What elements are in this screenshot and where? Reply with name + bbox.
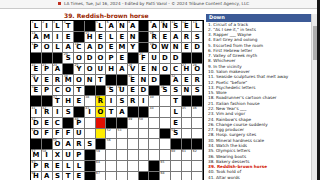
cell-r11c10[interactable] xyxy=(128,129,139,140)
cell-r15c5[interactable]: E xyxy=(74,172,85,181)
black-square-r14c6 xyxy=(85,161,96,172)
cell-r5c13[interactable]: O xyxy=(160,64,171,75)
entered-letter: U xyxy=(65,151,71,160)
entered-letter: E xyxy=(77,97,82,106)
entered-letter: N xyxy=(119,22,125,31)
cell-r1c13[interactable]: 10N xyxy=(160,21,171,32)
cell-r11c11[interactable] xyxy=(139,129,150,140)
entered-letter: P xyxy=(109,54,114,63)
cell-r6c4[interactable]: 30M xyxy=(63,75,74,86)
cell-r6c3[interactable]: R xyxy=(53,75,64,86)
clue-number: 27 xyxy=(182,64,186,67)
cell-r11c6[interactable] xyxy=(85,129,96,140)
cell-r7c1[interactable]: 33E xyxy=(31,86,42,97)
entered-letter: S xyxy=(87,140,92,149)
cell-r1c16[interactable]: 13L xyxy=(192,21,203,32)
cell-r1c9[interactable]: 7N xyxy=(117,21,128,32)
cell-r7c9[interactable]: 35U xyxy=(117,86,128,97)
cell-r6c14[interactable]: 32A xyxy=(171,75,182,86)
cell-r4c7[interactable]: O xyxy=(96,53,107,64)
window-title: LA Times, Tue, Jul 16, 2024 - Edited by … xyxy=(64,1,249,6)
cell-r3c16[interactable]: D xyxy=(192,43,203,54)
clue-number: 26 xyxy=(128,64,132,67)
cell-r2c10[interactable]: N xyxy=(128,32,139,43)
cell-r1c2[interactable]: 2I xyxy=(42,21,53,32)
cell-r5c2[interactable]: 23P xyxy=(42,64,53,75)
cell-r10c12[interactable] xyxy=(149,118,160,129)
cell-r3c15[interactable]: E xyxy=(182,43,193,54)
cell-r3c10[interactable]: Y xyxy=(128,43,139,54)
cell-r13c12[interactable] xyxy=(149,150,160,161)
scrollbar-thumb[interactable] xyxy=(313,26,317,60)
cell-r15c8[interactable] xyxy=(106,172,117,181)
cell-r14c7[interactable]: 64 xyxy=(96,161,107,172)
cell-r13c10[interactable] xyxy=(128,150,139,161)
cell-r11c1[interactable]: 51O xyxy=(31,129,42,140)
cell-r11c9[interactable]: 53 xyxy=(117,129,128,140)
cell-r3c5[interactable]: 18C xyxy=(74,43,85,54)
entered-letter: E xyxy=(184,43,189,52)
entered-letter: E xyxy=(120,54,125,63)
clue-number: 20 xyxy=(64,53,68,56)
cell-r9c13[interactable] xyxy=(160,107,171,118)
entered-letter: T xyxy=(173,97,178,106)
entered-letter: L xyxy=(98,22,102,31)
cell-r11c15[interactable] xyxy=(182,129,193,140)
cell-r7c14[interactable]: S xyxy=(171,86,182,97)
entered-letter: D xyxy=(98,43,104,52)
cell-r10c13[interactable] xyxy=(160,118,171,129)
cell-r11c12[interactable] xyxy=(149,129,160,140)
cell-r3c9[interactable]: M xyxy=(117,43,128,54)
cell-r13c15[interactable]: 61 xyxy=(182,150,193,161)
cell-r4c6[interactable]: D xyxy=(85,53,96,64)
cell-r13c8[interactable] xyxy=(106,150,117,161)
cell-r9c16[interactable]: 46 xyxy=(192,107,203,118)
cell-r8c14[interactable]: T xyxy=(171,96,182,107)
entered-letter: U xyxy=(98,65,104,74)
entered-letter: E xyxy=(66,33,71,42)
entered-letter: A xyxy=(65,43,70,52)
cell-r14c5[interactable]: L xyxy=(74,161,85,172)
cell-r15c14[interactable] xyxy=(171,172,182,181)
cell-r10c2[interactable]: E xyxy=(42,118,53,129)
black-square-r10c9 xyxy=(117,118,128,129)
clue-number: 65 xyxy=(161,161,165,164)
cell-r9c15[interactable]: 45 xyxy=(182,107,193,118)
cell-r5c5[interactable]: 25Y xyxy=(74,64,85,75)
cell-r12c8[interactable]: 56 xyxy=(106,139,117,150)
entered-letter: R xyxy=(184,33,189,42)
cell-r5c12[interactable]: N xyxy=(149,64,160,75)
entered-letter: S xyxy=(55,172,60,180)
cell-r7c15[interactable]: N xyxy=(182,86,193,97)
clue-number: 5 xyxy=(96,21,98,24)
cell-r1c7[interactable]: 5L xyxy=(96,21,107,32)
cell-r14c11[interactable] xyxy=(139,161,150,172)
entered-letter: N xyxy=(130,33,136,42)
cell-r11c16[interactable] xyxy=(192,129,203,140)
cell-r14c15[interactable] xyxy=(182,161,193,172)
clue-number: 45 xyxy=(182,107,186,110)
cell-r2c9[interactable]: E xyxy=(117,32,128,43)
cell-r10c7[interactable] xyxy=(96,118,107,129)
cell-r8c7[interactable]: 39R xyxy=(96,96,107,107)
entered-letter: N xyxy=(151,65,157,74)
entered-letter: O xyxy=(97,108,103,117)
cell-r1c14[interactable]: 11S xyxy=(171,21,182,32)
clue-number: 63 xyxy=(32,161,36,164)
entered-letter: R xyxy=(55,76,60,85)
entered-letter: D xyxy=(162,54,168,63)
cell-r4c8[interactable]: P xyxy=(106,53,117,64)
entered-letter: R xyxy=(130,97,135,106)
entered-letter: I xyxy=(142,97,145,106)
entered-letter: N xyxy=(140,76,146,85)
cell-r14c10[interactable] xyxy=(128,161,139,172)
cell-r4c12[interactable]: U xyxy=(149,53,160,64)
cell-r5c6[interactable]: O xyxy=(85,64,96,75)
cell-r10c14[interactable]: E xyxy=(171,118,182,129)
cell-r13c11[interactable] xyxy=(139,150,150,161)
cell-r2c8[interactable]: L xyxy=(106,32,117,43)
cell-r5c3[interactable]: 24A xyxy=(53,64,64,75)
cell-r15c10[interactable] xyxy=(128,172,139,181)
cell-r6c2[interactable]: E xyxy=(42,75,53,86)
cell-r12c3[interactable]: 55O xyxy=(53,139,64,150)
cell-r14c8[interactable] xyxy=(106,161,117,172)
cell-r15c3[interactable]: S xyxy=(53,172,64,181)
cell-r13c4[interactable]: U xyxy=(63,150,74,161)
cell-r4c9[interactable]: E xyxy=(117,53,128,64)
cell-r3c3[interactable]: L xyxy=(53,43,64,54)
entered-letter: T xyxy=(109,108,114,117)
clue-number: 31 xyxy=(128,75,132,78)
cell-r9c3[interactable]: I xyxy=(53,107,64,118)
cell-r7c16[interactable]: S xyxy=(192,86,203,97)
entered-letter: R xyxy=(76,140,81,149)
black-square-r13c6 xyxy=(85,150,96,161)
cell-r8c3[interactable]: 37T xyxy=(53,96,64,107)
cell-r2c2[interactable]: M xyxy=(42,32,53,43)
cell-r3c14[interactable]: N xyxy=(171,43,182,54)
cell-r13c9[interactable] xyxy=(117,150,128,161)
cell-r14c14[interactable] xyxy=(171,161,182,172)
entered-letter: A xyxy=(130,22,135,31)
cell-r6c5[interactable]: O xyxy=(74,75,85,86)
clue-number: 18 xyxy=(75,43,79,46)
cell-r12c5[interactable]: R xyxy=(74,139,85,150)
cell-r9c4[interactable]: S xyxy=(63,107,74,118)
cell-r8c11[interactable]: I xyxy=(139,96,150,107)
entered-letter: A xyxy=(119,65,124,74)
cell-r12c9[interactable] xyxy=(117,139,128,150)
cell-r2c12[interactable]: 16R xyxy=(149,32,160,43)
cell-r10c3[interactable]: C xyxy=(53,118,64,129)
cell-r15c7[interactable]: 67 xyxy=(96,172,107,181)
cell-r9c9[interactable]: A xyxy=(117,107,128,118)
cell-r8c4[interactable]: H xyxy=(63,96,74,107)
clue-number: 54 xyxy=(171,129,175,132)
clue-number: 53 xyxy=(118,129,122,132)
cell-r9c12[interactable]: 44 xyxy=(149,107,160,118)
cell-r8c10[interactable]: R xyxy=(128,96,139,107)
cell-r2c14[interactable]: A xyxy=(171,32,182,43)
entered-letter: H xyxy=(108,65,114,74)
entered-letter: I xyxy=(56,108,59,117)
clue-number: 16 xyxy=(150,32,154,35)
cell-r6c7[interactable]: T xyxy=(96,75,107,86)
entered-letter: A xyxy=(44,172,49,180)
clue-number: 22 xyxy=(32,64,36,67)
cell-r10c6[interactable] xyxy=(85,118,96,129)
entered-letter: F xyxy=(55,129,60,138)
cell-r10c1[interactable]: 47D xyxy=(31,118,42,129)
entered-letter: R xyxy=(44,162,49,171)
cell-r13c16[interactable]: 62 xyxy=(192,150,203,161)
cell-r1c8[interactable]: 6A xyxy=(106,21,117,32)
entered-letter: P xyxy=(76,151,81,160)
entered-letter: D xyxy=(151,76,157,85)
cell-r12c10[interactable] xyxy=(128,139,139,150)
cell-r2c1[interactable]: 14A xyxy=(31,32,42,43)
clue-number: 19 xyxy=(150,43,154,46)
entered-letter: D xyxy=(141,86,147,95)
entered-letter: P xyxy=(44,86,49,95)
cell-r14c16[interactable] xyxy=(192,161,203,172)
cell-r7c13[interactable]: 36S xyxy=(160,86,171,97)
cell-r2c4[interactable]: E xyxy=(63,32,74,43)
cell-r8c9[interactable]: S xyxy=(117,96,128,107)
entered-letter: F xyxy=(66,129,71,138)
cell-r3c7[interactable]: D xyxy=(96,43,107,54)
black-square-r14c12 xyxy=(149,161,160,172)
cell-r11c4[interactable]: F xyxy=(63,129,74,140)
cell-r5c11[interactable]: E xyxy=(139,64,150,75)
cell-r3c8[interactable]: E xyxy=(106,43,117,54)
cell-r5c7[interactable]: U xyxy=(96,64,107,75)
cell-r4c11[interactable]: 21F xyxy=(139,53,150,64)
entered-letter: O xyxy=(97,54,103,63)
entered-letter: E xyxy=(55,162,60,171)
clue-list[interactable]: 1. Circuit of a track2. "As I see it," i… xyxy=(206,22,310,180)
clue-number: 38 xyxy=(85,96,89,99)
cell-r9c14[interactable]: L xyxy=(171,107,182,118)
cell-r6c16[interactable]: R xyxy=(192,75,203,86)
cell-r10c5[interactable]: 48P xyxy=(74,118,85,129)
entered-letter: S xyxy=(195,86,200,95)
clue-number: 17 xyxy=(32,43,36,46)
cell-r15c15[interactable] xyxy=(182,172,193,181)
entered-letter: S xyxy=(66,108,71,117)
cell-r6c1[interactable]: 29V xyxy=(31,75,42,86)
cell-r1c3[interactable]: 3L xyxy=(53,21,64,32)
entered-letter: E xyxy=(109,43,114,52)
cell-r13c2[interactable]: 58I xyxy=(42,150,53,161)
clue-number: 6 xyxy=(107,21,109,24)
clue-panel-header: Down xyxy=(206,14,312,22)
clue-item-41-down[interactable]: 41. Altar words xyxy=(206,175,310,180)
cell-r12c4[interactable]: A xyxy=(63,139,74,150)
cell-r4c13[interactable]: D xyxy=(160,53,171,64)
clue-number: 10 xyxy=(161,21,165,24)
cell-r9c7[interactable]: O xyxy=(96,107,107,118)
cell-r7c11[interactable]: D xyxy=(139,86,150,97)
cell-r6c6[interactable]: N xyxy=(85,75,96,86)
black-square-r2c5 xyxy=(74,32,85,43)
cell-r2c16[interactable]: S xyxy=(192,32,203,43)
clue-number: 7 xyxy=(118,21,120,24)
entered-letter: T xyxy=(66,22,71,31)
cell-r14c13[interactable]: 65 xyxy=(160,161,171,172)
cell-r12c13[interactable] xyxy=(160,139,171,150)
cell-r15c1[interactable]: 66H xyxy=(31,172,42,181)
cell-r14c1[interactable]: 63P xyxy=(31,161,42,172)
clue-number: 9 xyxy=(150,21,152,24)
cell-r3c1[interactable]: 17P xyxy=(31,43,42,54)
cell-r9c6[interactable]: 43I xyxy=(85,107,96,118)
cell-r10c10[interactable]: 49 xyxy=(128,118,139,129)
cell-r8c8[interactable]: I xyxy=(106,96,117,107)
entered-letter: L xyxy=(77,162,81,171)
cell-r8c13[interactable] xyxy=(160,96,171,107)
black-square-r2c11 xyxy=(139,32,150,43)
entered-letter: O xyxy=(162,65,168,74)
cell-r13c3[interactable]: X xyxy=(53,150,64,161)
clue-number: 56 xyxy=(107,139,111,142)
cell-r12c12[interactable] xyxy=(149,139,160,150)
entered-letter: I xyxy=(45,22,48,31)
cell-r3c6[interactable]: A xyxy=(85,43,96,54)
entered-letter: R xyxy=(194,76,199,85)
cell-r7c8[interactable]: 34S xyxy=(106,86,117,97)
cell-r11c14[interactable]: 54S xyxy=(171,129,182,140)
cell-r2c13[interactable]: E xyxy=(160,32,171,43)
cell-r5c8[interactable]: H xyxy=(106,64,117,75)
entered-letter: O xyxy=(76,76,82,85)
clue-number: 64 xyxy=(96,161,100,164)
entered-letter: T xyxy=(98,76,103,85)
entered-letter: E xyxy=(130,86,135,95)
cell-r2c15[interactable]: R xyxy=(182,32,193,43)
entered-letter: O xyxy=(44,43,50,52)
cell-r12c6[interactable]: S xyxy=(85,139,96,150)
entered-letter: N xyxy=(87,76,93,85)
cell-r7c4[interactable]: O xyxy=(63,86,74,97)
cell-r8c5[interactable]: E xyxy=(74,96,85,107)
cell-r7c5[interactable]: T xyxy=(74,86,85,97)
entered-letter: S xyxy=(119,97,124,106)
clue-number: 12 xyxy=(182,21,186,24)
cell-r2c3[interactable]: I xyxy=(53,32,64,43)
entered-letter: I xyxy=(56,33,59,42)
cell-r1c15[interactable]: 12E xyxy=(182,21,193,32)
cell-r5c9[interactable]: A xyxy=(117,64,128,75)
cell-r14c3[interactable]: E xyxy=(53,161,64,172)
entered-letter: C xyxy=(173,65,178,74)
cell-r10c11[interactable]: 50 xyxy=(139,118,150,129)
entered-letter: T xyxy=(66,172,71,180)
entered-letter: M xyxy=(43,33,50,42)
clue-number: 58 xyxy=(42,150,46,153)
clue-number: 33 xyxy=(32,86,36,89)
black-square-r15c11 xyxy=(139,172,150,181)
cell-r7c10[interactable]: E xyxy=(128,86,139,97)
black-square-r10c4 xyxy=(63,118,74,129)
clue-number: 37 xyxy=(53,96,57,99)
cell-r4c4[interactable]: 20S xyxy=(63,53,74,64)
cell-r15c13[interactable]: 68 xyxy=(160,172,171,181)
cell-r15c2[interactable]: A xyxy=(42,172,53,181)
cell-r14c9[interactable] xyxy=(117,161,128,172)
clue-number: 59 xyxy=(96,150,100,153)
clue-number: 24 xyxy=(53,64,57,67)
current-clue-bar: 39. Reddish-brown horse xyxy=(64,12,149,19)
cell-r6c10[interactable]: 31E xyxy=(128,75,139,86)
cell-r12c11[interactable] xyxy=(139,139,150,150)
entered-letter: A xyxy=(151,22,156,31)
clue-number: 30 xyxy=(64,75,68,78)
black-square-r6c13 xyxy=(160,75,171,86)
cell-r9c8[interactable]: T xyxy=(106,107,117,118)
clue-number: 4 xyxy=(64,21,66,24)
cell-r11c2[interactable]: F xyxy=(42,129,53,140)
cell-r3c12[interactable]: 19O xyxy=(149,43,160,54)
entered-letter: E xyxy=(163,33,168,42)
cell-r15c4[interactable]: T xyxy=(63,172,74,181)
entered-letter: I xyxy=(110,97,113,106)
cell-r1c4[interactable]: 4T xyxy=(63,21,74,32)
entered-letter: E xyxy=(98,33,103,42)
cell-r15c16[interactable] xyxy=(192,172,203,181)
crossword-grid[interactable]: 1L2I3L4T5L6A7N8A9A10N11S12E13L14AMIE15HE… xyxy=(30,20,204,180)
cell-r10c16[interactable] xyxy=(192,118,203,129)
cell-r10c15[interactable] xyxy=(182,118,193,129)
cell-r13c14[interactable]: 60 xyxy=(171,150,182,161)
entered-letter: E xyxy=(184,76,189,85)
cell-r4c14[interactable]: D xyxy=(171,53,182,64)
clue-number: 48 xyxy=(75,118,79,121)
cell-r6c12[interactable]: D xyxy=(149,75,160,86)
entered-letter: N xyxy=(183,86,189,95)
cell-r3c2[interactable]: O xyxy=(42,43,53,54)
black-square-r1c11 xyxy=(139,21,150,32)
clue-number: 41 xyxy=(32,107,36,110)
cell-r6c11[interactable]: N xyxy=(139,75,150,86)
app-icon xyxy=(58,2,61,5)
cell-r15c9[interactable] xyxy=(117,172,128,181)
clue-number: 50 xyxy=(139,118,143,121)
cell-r9c2[interactable]: 42R xyxy=(42,107,53,118)
cell-r2c7[interactable]: E xyxy=(96,32,107,43)
cell-r5c16[interactable]: 28O xyxy=(192,64,203,75)
clue-number: 39 xyxy=(96,96,100,99)
cell-r11c7[interactable] xyxy=(96,129,107,140)
cell-r6c15[interactable]: E xyxy=(182,75,193,86)
cell-r11c5[interactable]: U xyxy=(74,129,85,140)
black-square-r11c13 xyxy=(160,129,171,140)
cell-r14c4[interactable]: L xyxy=(63,161,74,172)
cell-r1c10[interactable]: 8A xyxy=(128,21,139,32)
entered-letter: A xyxy=(173,33,178,42)
cell-r5c15[interactable]: 27H xyxy=(182,64,193,75)
cell-r2c6[interactable]: 15H xyxy=(85,32,96,43)
cell-r14c2[interactable]: R xyxy=(42,161,53,172)
cell-r3c13[interactable]: W xyxy=(160,43,171,54)
cell-r13c5[interactable]: P xyxy=(74,150,85,161)
entered-letter: A xyxy=(65,140,70,149)
cell-r7c2[interactable]: P xyxy=(42,86,53,97)
